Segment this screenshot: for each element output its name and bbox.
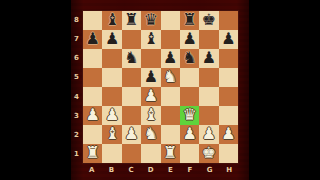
piece-white-knight: ♞	[163, 69, 177, 85]
square-d6[interactable]	[141, 49, 160, 68]
square-e8[interactable]	[161, 11, 180, 30]
piece-white-pawn: ♟	[182, 126, 196, 142]
square-h7[interactable]: ♟	[219, 30, 238, 49]
piece-black-pawn: ♟	[221, 31, 235, 47]
file-label-c: C	[121, 162, 141, 177]
square-h4[interactable]	[219, 87, 238, 106]
square-d1[interactable]	[141, 144, 160, 163]
piece-black-pawn: ♟	[86, 31, 100, 47]
piece-black-pawn: ♟	[182, 31, 196, 47]
file-label-g: G	[200, 162, 220, 177]
square-c4[interactable]	[122, 87, 141, 106]
rank-label-8: 8	[71, 10, 82, 29]
rank-label-6: 6	[71, 49, 82, 68]
square-b4[interactable]	[102, 87, 121, 106]
square-e5[interactable]: ♞	[161, 68, 180, 87]
piece-black-knight: ♞	[182, 50, 196, 66]
square-g1[interactable]: ♚	[199, 144, 218, 163]
square-h2[interactable]: ♟	[219, 125, 238, 144]
piece-black-pawn: ♟	[202, 50, 216, 66]
square-d3[interactable]: ♝	[141, 106, 160, 125]
file-label-f: F	[180, 162, 200, 177]
square-f2[interactable]: ♟	[180, 125, 199, 144]
square-g7[interactable]	[199, 30, 218, 49]
piece-white-pawn: ♟	[86, 107, 100, 123]
square-f4[interactable]	[180, 87, 199, 106]
square-a5[interactable]	[83, 68, 102, 87]
piece-white-queen: ♛	[182, 107, 196, 123]
file-labels: ABCDEFGH	[82, 162, 239, 177]
square-d7[interactable]: ♝	[141, 30, 160, 49]
piece-white-pawn: ♟	[202, 126, 216, 142]
piece-white-pawn: ♟	[124, 126, 138, 142]
piece-white-pawn: ♟	[221, 126, 235, 142]
square-e4[interactable]	[161, 87, 180, 106]
square-h5[interactable]	[219, 68, 238, 87]
square-g3[interactable]	[199, 106, 218, 125]
square-h8[interactable]	[219, 11, 238, 30]
piece-black-bishop: ♝	[144, 31, 158, 47]
square-c2[interactable]: ♟	[122, 125, 141, 144]
file-label-d: D	[141, 162, 161, 177]
square-d2[interactable]: ♞	[141, 125, 160, 144]
square-a2[interactable]	[83, 125, 102, 144]
piece-white-pawn: ♟	[105, 107, 119, 123]
square-g8[interactable]: ♚	[199, 11, 218, 30]
rank-label-4: 4	[71, 87, 82, 106]
square-c6[interactable]: ♞	[122, 49, 141, 68]
square-c5[interactable]	[122, 68, 141, 87]
square-h1[interactable]	[219, 144, 238, 163]
square-d4[interactable]: ♟	[141, 87, 160, 106]
square-e1[interactable]: ♜	[161, 144, 180, 163]
piece-black-queen: ♛	[144, 12, 158, 28]
piece-white-knight: ♞	[144, 126, 158, 142]
square-e2[interactable]	[161, 125, 180, 144]
square-b5[interactable]	[102, 68, 121, 87]
square-c8[interactable]: ♜	[122, 11, 141, 30]
square-a8[interactable]	[83, 11, 102, 30]
piece-black-knight: ♞	[124, 50, 138, 66]
piece-white-king: ♚	[202, 145, 216, 161]
piece-black-pawn: ♟	[163, 50, 177, 66]
square-f8[interactable]: ♜	[180, 11, 199, 30]
square-h3[interactable]	[219, 106, 238, 125]
piece-black-pawn: ♟	[144, 69, 158, 85]
square-f5[interactable]	[180, 68, 199, 87]
square-b2[interactable]: ♝	[102, 125, 121, 144]
file-label-e: E	[161, 162, 181, 177]
file-label-b: B	[102, 162, 122, 177]
square-b1[interactable]	[102, 144, 121, 163]
piece-white-rook: ♜	[86, 145, 100, 161]
piece-black-rook: ♜	[124, 12, 138, 28]
square-f7[interactable]: ♟	[180, 30, 199, 49]
square-g4[interactable]	[199, 87, 218, 106]
chess-board: ♝♜♛♜♚♟♟♝♟♟♞♟♞♟♟♞♟♟♟♝♛♝♟♞♟♟♟♜♜♚	[82, 10, 239, 164]
square-c3[interactable]	[122, 106, 141, 125]
square-a3[interactable]: ♟	[83, 106, 102, 125]
square-c7[interactable]	[122, 30, 141, 49]
letterboxed-stage: { "game": "chess", "position": "1brq1rk1…	[0, 0, 320, 180]
rank-label-7: 7	[71, 29, 82, 48]
rank-label-3: 3	[71, 106, 82, 125]
piece-white-bishop: ♝	[144, 107, 158, 123]
square-c1[interactable]	[122, 144, 141, 163]
piece-black-bishop: ♝	[105, 12, 119, 28]
square-b6[interactable]	[102, 49, 121, 68]
rank-labels: 87654321	[71, 10, 82, 164]
piece-white-rook: ♜	[163, 145, 177, 161]
piece-black-rook: ♜	[182, 12, 196, 28]
square-b3[interactable]: ♟	[102, 106, 121, 125]
square-f3[interactable]: ♛	[180, 106, 199, 125]
file-label-a: A	[82, 162, 102, 177]
square-e3[interactable]	[161, 106, 180, 125]
square-e6[interactable]: ♟	[161, 49, 180, 68]
square-g6[interactable]: ♟	[199, 49, 218, 68]
square-a4[interactable]	[83, 87, 102, 106]
piece-black-king: ♚	[202, 12, 216, 28]
square-e7[interactable]	[161, 30, 180, 49]
square-h6[interactable]	[219, 49, 238, 68]
square-f1[interactable]	[180, 144, 199, 163]
square-d8[interactable]: ♛	[141, 11, 160, 30]
square-a7[interactable]: ♟	[83, 30, 102, 49]
square-a1[interactable]: ♜	[83, 144, 102, 163]
piece-white-bishop: ♝	[105, 126, 119, 142]
square-d5[interactable]: ♟	[141, 68, 160, 87]
rank-label-2: 2	[71, 126, 82, 145]
rank-label-1: 1	[71, 145, 82, 164]
piece-white-pawn: ♟	[144, 88, 158, 104]
square-b8[interactable]: ♝	[102, 11, 121, 30]
square-b7[interactable]: ♟	[102, 30, 121, 49]
square-g5[interactable]	[199, 68, 218, 87]
square-a6[interactable]	[83, 49, 102, 68]
file-label-h: H	[219, 162, 239, 177]
piece-black-pawn: ♟	[105, 31, 119, 47]
board-frame: 87654321 ♝♜♛♜♚♟♟♝♟♟♞♟♞♟♟♞♟♟♟♝♛♝♟♞♟♟♟♜♜♚ …	[71, 0, 249, 180]
square-g2[interactable]: ♟	[199, 125, 218, 144]
square-f6[interactable]: ♞	[180, 49, 199, 68]
rank-label-5: 5	[71, 68, 82, 87]
